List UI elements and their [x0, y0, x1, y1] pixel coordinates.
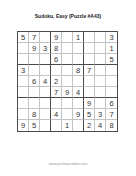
cell-r2c7: [84, 43, 95, 54]
cell-r9c6: [73, 120, 84, 131]
cell-r1c9: 3: [106, 32, 117, 43]
cell-r8c2: 8: [29, 109, 40, 120]
cell-r7c3: [40, 98, 51, 109]
cell-r3c7: [84, 54, 95, 65]
cell-r2c8: [95, 43, 106, 54]
sudoku-sheet: Sudoku, Easy (Puzzle #A43) 5791393816538…: [0, 0, 136, 176]
cell-r9c2: 5: [29, 120, 40, 131]
cell-r6c8: [95, 87, 106, 98]
cell-r5c3: 4: [40, 76, 51, 87]
cell-r1c7: [84, 32, 95, 43]
cell-r7c6: [73, 98, 84, 109]
cell-r7c2: [29, 98, 40, 109]
footer-url[interactable]: www.printmysudoku.com: [0, 162, 136, 167]
cell-r5c7: [84, 76, 95, 87]
cell-r8c3: [40, 109, 51, 120]
cell-r7c8: [95, 98, 106, 109]
cell-r1c5: [62, 32, 73, 43]
cell-r8c9: 7: [106, 109, 117, 120]
cell-r1c3: [40, 32, 51, 43]
cell-r4c4: [51, 65, 62, 76]
cell-r8c4: 4: [51, 109, 62, 120]
cell-r4c1: 3: [18, 65, 29, 76]
cell-r6c5: 9: [62, 87, 73, 98]
cell-r3c3: [40, 54, 51, 65]
cell-r5c5: [62, 76, 73, 87]
cell-r2c3: 3: [40, 43, 51, 54]
cell-r2c2: 9: [29, 43, 40, 54]
cell-r6c6: 4: [73, 87, 84, 98]
cell-r5c9: [106, 76, 117, 87]
cell-r3c1: [18, 54, 29, 65]
cell-r7c7: 9: [84, 98, 95, 109]
cell-r7c9: 6: [106, 98, 117, 109]
cell-r4c6: 8: [73, 65, 84, 76]
cell-r6c1: [18, 87, 29, 98]
cell-r9c7: 2: [84, 120, 95, 131]
cell-r5c1: [18, 76, 29, 87]
cell-r1c6: 1: [73, 32, 84, 43]
page-title: Sudoku, Easy (Puzzle #A43): [0, 13, 136, 20]
cell-r9c3: [40, 120, 51, 131]
cell-r4c2: [29, 65, 40, 76]
cell-r9c9: 8: [106, 120, 117, 131]
cell-r3c5: [62, 54, 73, 65]
cell-r1c8: [95, 32, 106, 43]
cell-r6c3: [40, 87, 51, 98]
cell-r5c8: [95, 76, 106, 87]
cell-r9c5: 1: [62, 120, 73, 131]
cell-r6c4: 7: [51, 87, 62, 98]
cell-r7c5: [62, 98, 73, 109]
sudoku-grid: 5791393816538764279496849537951248: [17, 31, 118, 132]
cell-r1c1: 5: [18, 32, 29, 43]
cell-r3c2: [29, 54, 40, 65]
cell-r6c7: [84, 87, 95, 98]
cell-r8c5: [62, 109, 73, 120]
cell-r4c5: [62, 65, 73, 76]
cell-r2c6: [73, 43, 84, 54]
cell-r7c4: [51, 98, 62, 109]
cell-r4c8: [95, 65, 106, 76]
cell-r3c4: 6: [51, 54, 62, 65]
cell-r8c8: 3: [95, 109, 106, 120]
cell-r3c9: 5: [106, 54, 117, 65]
cell-r4c7: 7: [84, 65, 95, 76]
cell-r8c6: 9: [73, 109, 84, 120]
cell-r6c9: [106, 87, 117, 98]
cell-r9c8: 4: [95, 120, 106, 131]
cell-r3c6: [73, 54, 84, 65]
cell-r1c4: 9: [51, 32, 62, 43]
cell-r4c9: [106, 65, 117, 76]
cell-r9c4: [51, 120, 62, 131]
cell-r8c1: [18, 109, 29, 120]
cell-r9c1: 9: [18, 120, 29, 131]
cell-r5c2: 6: [29, 76, 40, 87]
cell-r3c8: [95, 54, 106, 65]
cell-r8c7: 5: [84, 109, 95, 120]
cell-r2c9: 1: [106, 43, 117, 54]
cell-r2c1: [18, 43, 29, 54]
cell-r2c5: [62, 43, 73, 54]
cell-r4c3: [40, 65, 51, 76]
cell-r5c4: 2: [51, 76, 62, 87]
cell-r5c6: [73, 76, 84, 87]
cell-r1c2: 7: [29, 32, 40, 43]
cell-r7c1: [18, 98, 29, 109]
cell-r2c4: 8: [51, 43, 62, 54]
cell-r6c2: [29, 87, 40, 98]
